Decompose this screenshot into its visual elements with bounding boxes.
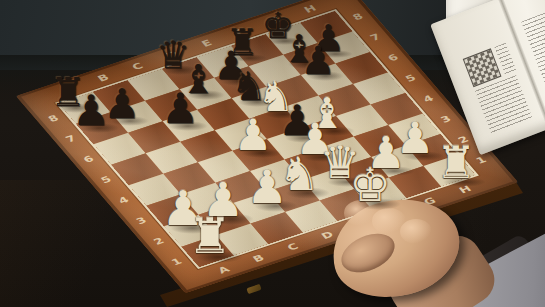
piece-black-pawn-a7[interactable]: ♟ — [70, 91, 112, 131]
piece-black-pawn-c6[interactable]: ♟ — [159, 89, 201, 129]
piece-white-king-e1[interactable]: ♚ — [347, 164, 393, 208]
piece-black-pawn-g6[interactable]: ♟ — [299, 42, 338, 79]
screenshot: ABCDEFGH ABCDEFGH 87654321 87654321 ♚♟♜♝… — [0, 0, 545, 307]
piece-white-pawn-c2[interactable]: ♟ — [244, 166, 290, 210]
piece-white-rook-a1[interactable]: ♜ — [186, 214, 235, 261]
piece-white-pawn-d4[interactable]: ♟ — [232, 115, 275, 156]
piece-white-rook-h1[interactable]: ♜ — [434, 142, 479, 185]
